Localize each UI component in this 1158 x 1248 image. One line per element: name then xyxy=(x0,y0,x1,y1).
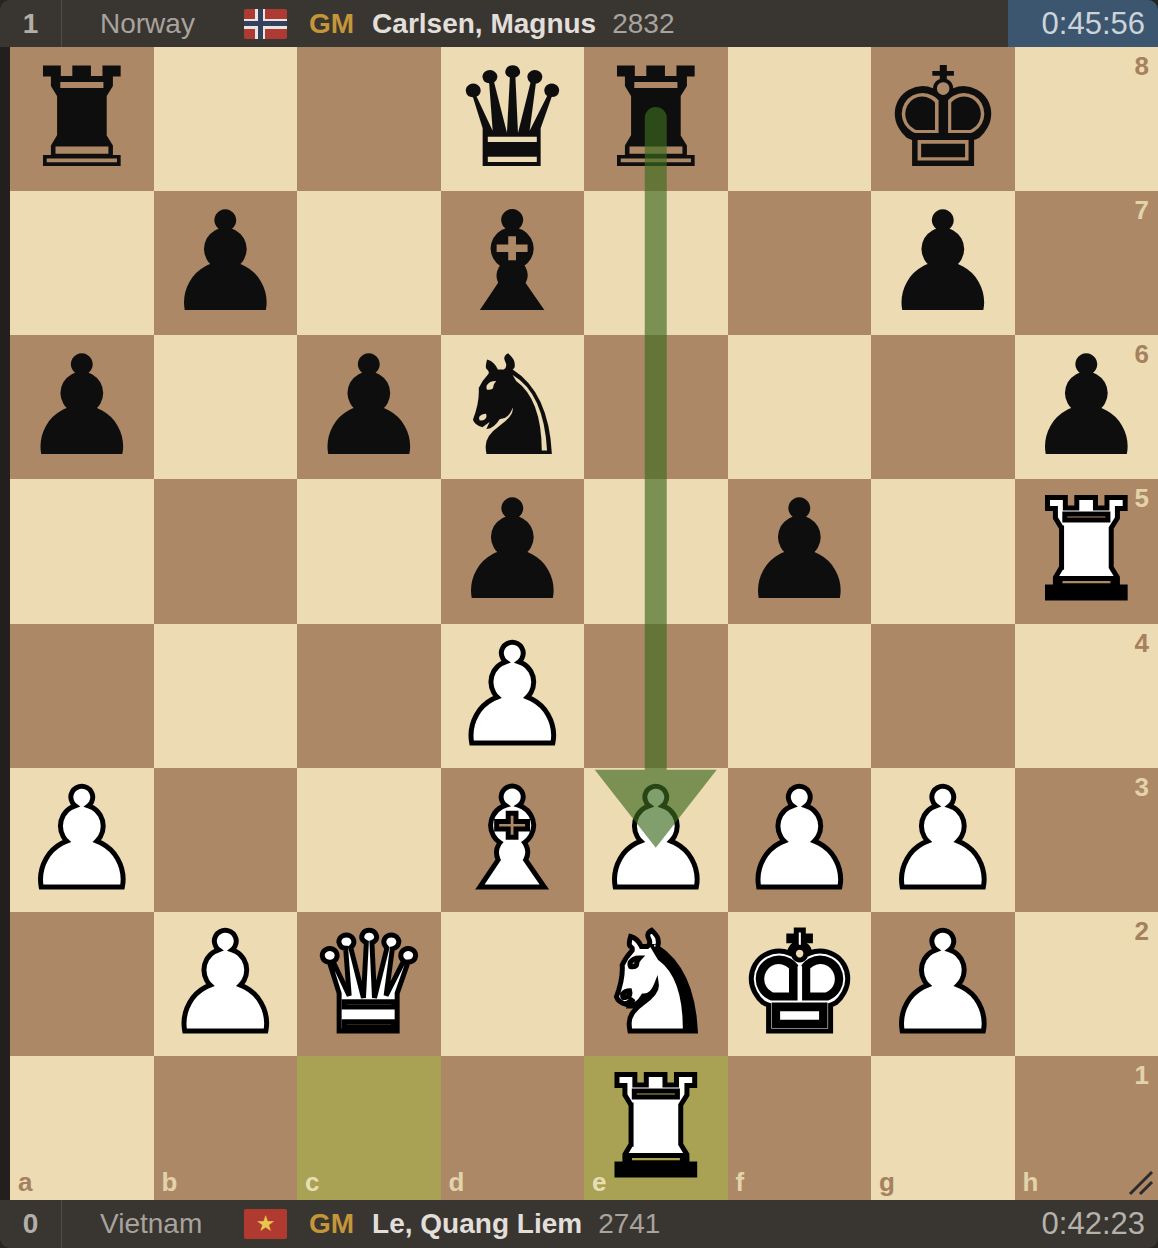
square-b5[interactable] xyxy=(154,479,298,623)
black-pawn[interactable]: ♟ xyxy=(450,482,574,620)
square-a8[interactable]: ♜ xyxy=(10,47,154,191)
square-e4[interactable] xyxy=(584,624,728,768)
square-f1[interactable]: f xyxy=(728,1056,872,1200)
square-d1[interactable]: d xyxy=(441,1056,585,1200)
file-label-g: g xyxy=(879,1169,895,1195)
white-pawn[interactable]: ♟ xyxy=(450,627,574,765)
square-d8[interactable]: ♛ xyxy=(441,47,585,191)
square-h6[interactable]: ♟6 xyxy=(1015,335,1158,479)
black-pawn[interactable]: ♟ xyxy=(1024,338,1148,476)
square-c7[interactable] xyxy=(297,191,441,335)
square-d4[interactable]: ♟ xyxy=(441,624,585,768)
file-label-a: a xyxy=(18,1169,32,1195)
black-rook[interactable]: ♜ xyxy=(594,50,718,188)
black-pawn[interactable]: ♟ xyxy=(20,338,144,476)
black-pawn[interactable]: ♟ xyxy=(163,194,287,332)
square-g8[interactable]: ♚ xyxy=(871,47,1015,191)
board-grid[interactable]: ♜♛♜♚8♟♝♟7♟♟♞♟6♟♟♜5♟4♟♝♟♟♟3♟♛♞♚♟2abcd♜efg… xyxy=(10,47,1158,1200)
square-d3[interactable]: ♝ xyxy=(441,768,585,912)
square-g7[interactable]: ♟ xyxy=(871,191,1015,335)
square-a5[interactable] xyxy=(10,479,154,623)
file-label-d: d xyxy=(449,1169,465,1195)
rank-label-7: 7 xyxy=(1135,197,1149,223)
square-c2[interactable]: ♛ xyxy=(297,912,441,1056)
top-player-name: Carlsen, Magnus xyxy=(372,8,596,40)
square-c1[interactable]: c xyxy=(297,1056,441,1200)
white-pawn[interactable]: ♟ xyxy=(20,771,144,909)
black-pawn[interactable]: ♟ xyxy=(307,338,431,476)
bottom-player-score: 0 xyxy=(0,1200,62,1248)
square-g5[interactable] xyxy=(871,479,1015,623)
file-label-b: b xyxy=(162,1169,178,1195)
bottom-player-bar: 0 Vietnam ★ GM Le, Quang Liem 2741 0:42:… xyxy=(0,1200,1158,1248)
rank-label-2: 2 xyxy=(1135,918,1149,944)
square-h7[interactable]: 7 xyxy=(1015,191,1158,335)
square-e5[interactable] xyxy=(584,479,728,623)
square-f8[interactable] xyxy=(728,47,872,191)
square-e2[interactable]: ♞ xyxy=(584,912,728,1056)
square-c4[interactable] xyxy=(297,624,441,768)
square-e8[interactable]: ♜ xyxy=(584,47,728,191)
square-h5[interactable]: ♜5 xyxy=(1015,479,1158,623)
white-rook[interactable]: ♜ xyxy=(594,1059,718,1197)
square-d6[interactable]: ♞ xyxy=(441,335,585,479)
black-queen[interactable]: ♛ xyxy=(450,50,574,188)
square-f2[interactable]: ♚ xyxy=(728,912,872,1056)
square-c8[interactable] xyxy=(297,47,441,191)
square-h1[interactable]: 1h xyxy=(1015,1056,1158,1200)
square-b1[interactable]: b xyxy=(154,1056,298,1200)
square-f6[interactable] xyxy=(728,335,872,479)
square-e3[interactable]: ♟ xyxy=(584,768,728,912)
square-g1[interactable]: g xyxy=(871,1056,1015,1200)
file-label-h: h xyxy=(1023,1169,1039,1195)
black-pawn[interactable]: ♟ xyxy=(737,482,861,620)
square-d7[interactable]: ♝ xyxy=(441,191,585,335)
white-pawn[interactable]: ♟ xyxy=(737,771,861,909)
file-label-f: f xyxy=(736,1169,745,1195)
white-pawn[interactable]: ♟ xyxy=(594,771,718,909)
white-king[interactable]: ♚ xyxy=(737,915,861,1053)
square-g3[interactable]: ♟ xyxy=(871,768,1015,912)
square-a6[interactable]: ♟ xyxy=(10,335,154,479)
square-e7[interactable] xyxy=(584,191,728,335)
square-d2[interactable] xyxy=(441,912,585,1056)
rank-label-4: 4 xyxy=(1135,630,1149,656)
square-a3[interactable]: ♟ xyxy=(10,768,154,912)
file-label-e: e xyxy=(592,1169,606,1195)
square-h8[interactable]: 8 xyxy=(1015,47,1158,191)
bottom-player-rating: 2741 xyxy=(598,1208,660,1240)
top-player-clock: 0:45:56 xyxy=(1008,0,1158,47)
square-b6[interactable] xyxy=(154,335,298,479)
square-b2[interactable]: ♟ xyxy=(154,912,298,1056)
square-e6[interactable] xyxy=(584,335,728,479)
vietnam-flag-icon: ★ xyxy=(244,1209,287,1239)
square-a4[interactable] xyxy=(10,624,154,768)
square-c5[interactable] xyxy=(297,479,441,623)
square-b4[interactable] xyxy=(154,624,298,768)
black-rook[interactable]: ♜ xyxy=(20,50,144,188)
square-g2[interactable]: ♟ xyxy=(871,912,1015,1056)
square-c6[interactable]: ♟ xyxy=(297,335,441,479)
top-player-rating: 2832 xyxy=(612,8,674,40)
rank-label-8: 8 xyxy=(1135,53,1149,79)
rank-label-1: 1 xyxy=(1135,1062,1149,1088)
square-h2[interactable]: 2 xyxy=(1015,912,1158,1056)
bottom-player-federation: Vietnam xyxy=(100,1208,218,1240)
square-f7[interactable] xyxy=(728,191,872,335)
square-h4[interactable]: 4 xyxy=(1015,624,1158,768)
black-bishop[interactable]: ♝ xyxy=(450,194,574,332)
square-h3[interactable]: 3 xyxy=(1015,768,1158,912)
square-f4[interactable] xyxy=(728,624,872,768)
white-pawn[interactable]: ♟ xyxy=(881,915,1005,1053)
square-e1[interactable]: ♜e xyxy=(584,1056,728,1200)
white-rook[interactable]: ♜ xyxy=(1024,482,1148,620)
bottom-player-name: Le, Quang Liem xyxy=(372,1208,582,1240)
square-f5[interactable]: ♟ xyxy=(728,479,872,623)
file-label-c: c xyxy=(305,1169,319,1195)
square-a2[interactable] xyxy=(10,912,154,1056)
chess-board[interactable]: ♜♛♜♚8♟♝♟7♟♟♞♟6♟♟♜5♟4♟♝♟♟♟3♟♛♞♚♟2abcd♜efg… xyxy=(0,47,1158,1200)
rank-label-5: 5 xyxy=(1135,485,1149,511)
square-c3[interactable] xyxy=(297,768,441,912)
black-pawn[interactable]: ♟ xyxy=(881,194,1005,332)
white-bishop[interactable]: ♝ xyxy=(450,771,574,909)
white-pawn[interactable]: ♟ xyxy=(881,771,1005,909)
square-b8[interactable] xyxy=(154,47,298,191)
norway-flag-icon xyxy=(244,9,287,39)
resize-handle-icon[interactable] xyxy=(1128,1170,1154,1196)
square-b7[interactable]: ♟ xyxy=(154,191,298,335)
top-player-federation: Norway xyxy=(100,8,218,40)
square-a7[interactable] xyxy=(10,191,154,335)
bottom-player-title: GM xyxy=(309,1208,354,1240)
rank-label-6: 6 xyxy=(1135,341,1149,367)
top-player-title: GM xyxy=(309,8,354,40)
white-pawn[interactable]: ♟ xyxy=(163,915,287,1053)
white-queen[interactable]: ♛ xyxy=(307,915,431,1053)
white-knight[interactable]: ♞ xyxy=(594,915,718,1053)
square-f3[interactable]: ♟ xyxy=(728,768,872,912)
rank-label-3: 3 xyxy=(1135,774,1149,800)
square-g6[interactable] xyxy=(871,335,1015,479)
black-knight[interactable]: ♞ xyxy=(450,338,574,476)
square-g4[interactable] xyxy=(871,624,1015,768)
square-d5[interactable]: ♟ xyxy=(441,479,585,623)
black-king[interactable]: ♚ xyxy=(881,50,1005,188)
bottom-player-clock: 0:42:23 xyxy=(1008,1200,1158,1248)
square-b3[interactable] xyxy=(154,768,298,912)
square-a1[interactable]: a xyxy=(10,1056,154,1200)
